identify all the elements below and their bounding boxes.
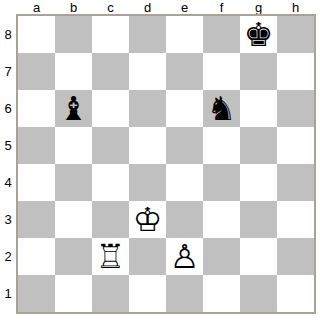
file-label-f: f: [203, 0, 240, 15]
square-b1[interactable]: [55, 275, 92, 312]
file-label-c: c: [92, 0, 129, 15]
rank-label-5: 5: [0, 127, 16, 164]
square-c8[interactable]: [92, 16, 129, 53]
square-f1[interactable]: [203, 275, 240, 312]
rank-label-8: 8: [0, 16, 16, 53]
square-g7[interactable]: [240, 53, 277, 90]
square-d8[interactable]: [129, 16, 166, 53]
square-h6[interactable]: [277, 90, 314, 127]
square-a1[interactable]: [18, 275, 55, 312]
square-b5[interactable]: [55, 127, 92, 164]
square-e6[interactable]: [166, 90, 203, 127]
file-label-e: e: [166, 0, 203, 15]
square-e7[interactable]: [166, 53, 203, 90]
square-f8[interactable]: [203, 16, 240, 53]
square-c4[interactable]: [92, 164, 129, 201]
square-e2[interactable]: ♙: [166, 238, 203, 275]
square-d6[interactable]: [129, 90, 166, 127]
square-e4[interactable]: [166, 164, 203, 201]
square-b8[interactable]: [55, 16, 92, 53]
square-a6[interactable]: [18, 90, 55, 127]
square-e8[interactable]: [166, 16, 203, 53]
square-a5[interactable]: [18, 127, 55, 164]
white-pawn[interactable]: ♙: [170, 238, 200, 275]
square-d2[interactable]: [129, 238, 166, 275]
square-g5[interactable]: [240, 127, 277, 164]
square-b7[interactable]: [55, 53, 92, 90]
square-c5[interactable]: [92, 127, 129, 164]
square-c7[interactable]: [92, 53, 129, 90]
square-a7[interactable]: [18, 53, 55, 90]
rank-labels: 87654321: [0, 16, 16, 312]
white-king[interactable]: ♔: [133, 201, 163, 238]
square-b6[interactable]: ♝: [55, 90, 92, 127]
square-g6[interactable]: [240, 90, 277, 127]
chess-board: ♚♝♞♔♖♙: [16, 14, 316, 314]
square-g3[interactable]: [240, 201, 277, 238]
square-d4[interactable]: [129, 164, 166, 201]
square-g2[interactable]: [240, 238, 277, 275]
square-f2[interactable]: [203, 238, 240, 275]
file-label-d: d: [129, 0, 166, 15]
file-label-g: g: [240, 0, 277, 15]
square-d5[interactable]: [129, 127, 166, 164]
square-f5[interactable]: [203, 127, 240, 164]
square-h7[interactable]: [277, 53, 314, 90]
square-g1[interactable]: [240, 275, 277, 312]
square-a2[interactable]: [18, 238, 55, 275]
square-d3[interactable]: ♔: [129, 201, 166, 238]
square-h8[interactable]: [277, 16, 314, 53]
square-f4[interactable]: [203, 164, 240, 201]
square-a4[interactable]: [18, 164, 55, 201]
square-d7[interactable]: [129, 53, 166, 90]
rank-label-6: 6: [0, 90, 16, 127]
rank-label-3: 3: [0, 201, 16, 238]
black-king[interactable]: ♚: [244, 16, 274, 53]
square-b2[interactable]: [55, 238, 92, 275]
square-f3[interactable]: [203, 201, 240, 238]
square-e1[interactable]: [166, 275, 203, 312]
square-c6[interactable]: [92, 90, 129, 127]
square-g8[interactable]: ♚: [240, 16, 277, 53]
square-a8[interactable]: [18, 16, 55, 53]
square-f7[interactable]: [203, 53, 240, 90]
square-h1[interactable]: [277, 275, 314, 312]
rank-label-1: 1: [0, 275, 16, 312]
square-c1[interactable]: [92, 275, 129, 312]
square-e3[interactable]: [166, 201, 203, 238]
chess-diagram: abcdefgh 87654321 ♚♝♞♔♖♙: [0, 0, 320, 320]
square-e5[interactable]: [166, 127, 203, 164]
file-label-h: h: [277, 0, 314, 15]
file-label-a: a: [18, 0, 55, 15]
white-rook[interactable]: ♖: [96, 238, 126, 275]
square-h2[interactable]: [277, 238, 314, 275]
rank-label-4: 4: [0, 164, 16, 201]
square-h5[interactable]: [277, 127, 314, 164]
square-h3[interactable]: [277, 201, 314, 238]
square-f6[interactable]: ♞: [203, 90, 240, 127]
black-bishop[interactable]: ♝: [59, 90, 89, 127]
square-a3[interactable]: [18, 201, 55, 238]
file-labels: abcdefgh: [18, 0, 314, 15]
square-b3[interactable]: [55, 201, 92, 238]
file-label-b: b: [55, 0, 92, 15]
square-h4[interactable]: [277, 164, 314, 201]
black-knight[interactable]: ♞: [207, 90, 237, 127]
square-b4[interactable]: [55, 164, 92, 201]
rank-label-7: 7: [0, 53, 16, 90]
square-c2[interactable]: ♖: [92, 238, 129, 275]
square-d1[interactable]: [129, 275, 166, 312]
rank-label-2: 2: [0, 238, 16, 275]
square-c3[interactable]: [92, 201, 129, 238]
square-g4[interactable]: [240, 164, 277, 201]
